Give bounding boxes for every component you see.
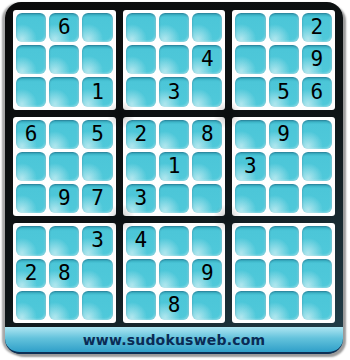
cell-r9c1[interactable] [16, 291, 46, 320]
cell-r7c6[interactable] [192, 226, 222, 255]
cell-r3c7[interactable] [235, 77, 265, 106]
sudoku-box-3: 2956 [232, 10, 335, 110]
cell-r7c1[interactable] [16, 226, 46, 255]
cell-r3c5[interactable]: 3 [159, 77, 189, 106]
cell-r2c4[interactable] [126, 45, 156, 74]
cell-r6c7[interactable] [235, 184, 265, 213]
cell-r3c8[interactable]: 5 [269, 77, 299, 106]
cell-r2c2[interactable] [49, 45, 79, 74]
cell-r2c7[interactable] [235, 45, 265, 74]
cell-r2c6[interactable]: 4 [192, 45, 222, 74]
cell-r1c5[interactable] [159, 13, 189, 42]
sudoku-grid: 614329566597281393328498 [13, 10, 335, 323]
cell-r4c6[interactable]: 8 [192, 120, 222, 149]
cell-r4c4[interactable]: 2 [126, 120, 156, 149]
cell-r6c8[interactable] [269, 184, 299, 213]
cell-r1c9[interactable]: 2 [302, 13, 332, 42]
cell-r8c6[interactable]: 9 [192, 259, 222, 288]
cell-r3c3[interactable]: 1 [82, 77, 112, 106]
cell-r4c9[interactable] [302, 120, 332, 149]
cell-r3c2[interactable] [49, 77, 79, 106]
cell-r7c9[interactable] [302, 226, 332, 255]
cell-r1c6[interactable] [192, 13, 222, 42]
cell-r9c6[interactable] [192, 291, 222, 320]
cell-r5c3[interactable] [82, 152, 112, 181]
cell-r3c4[interactable] [126, 77, 156, 106]
cell-r4c5[interactable] [159, 120, 189, 149]
cell-r1c1[interactable] [16, 13, 46, 42]
cell-r2c9[interactable]: 9 [302, 45, 332, 74]
cell-r6c6[interactable] [192, 184, 222, 213]
sudoku-box-7: 328 [13, 223, 116, 323]
cell-r2c1[interactable] [16, 45, 46, 74]
cell-r9c4[interactable] [126, 291, 156, 320]
cell-r2c3[interactable] [82, 45, 112, 74]
cell-r8c1[interactable]: 2 [16, 259, 46, 288]
sudoku-box-4: 6597 [13, 117, 116, 217]
cell-r7c4[interactable]: 4 [126, 226, 156, 255]
website-url-link[interactable]: www.sudokusweb.com [83, 332, 266, 348]
cell-r5c9[interactable] [302, 152, 332, 181]
cell-r1c4[interactable] [126, 13, 156, 42]
cell-r8c2[interactable]: 8 [49, 259, 79, 288]
cell-r3c9[interactable]: 6 [302, 77, 332, 106]
cell-r7c7[interactable] [235, 226, 265, 255]
cell-r5c8[interactable] [269, 152, 299, 181]
cell-r4c7[interactable] [235, 120, 265, 149]
cell-r6c1[interactable] [16, 184, 46, 213]
cell-r8c9[interactable] [302, 259, 332, 288]
cell-r5c2[interactable] [49, 152, 79, 181]
cell-r5c7[interactable]: 3 [235, 152, 265, 181]
cell-r2c5[interactable] [159, 45, 189, 74]
footer-bar: www.sudokusweb.com [5, 327, 343, 354]
sudoku-box-6: 93 [232, 117, 335, 217]
cell-r6c4[interactable]: 3 [126, 184, 156, 213]
cell-r1c8[interactable] [269, 13, 299, 42]
cell-r7c8[interactable] [269, 226, 299, 255]
cell-r2c8[interactable] [269, 45, 299, 74]
sudoku-board-frame: 614329566597281393328498 www.sudokusweb.… [5, 2, 343, 354]
cell-r8c4[interactable] [126, 259, 156, 288]
cell-r3c1[interactable] [16, 77, 46, 106]
sudoku-box-1: 61 [13, 10, 116, 110]
cell-r5c1[interactable] [16, 152, 46, 181]
cell-r9c8[interactable] [269, 291, 299, 320]
cell-r8c7[interactable] [235, 259, 265, 288]
cell-r9c3[interactable] [82, 291, 112, 320]
sudoku-box-2: 43 [123, 10, 226, 110]
cell-r4c2[interactable] [49, 120, 79, 149]
cell-r7c3[interactable]: 3 [82, 226, 112, 255]
cell-r9c9[interactable] [302, 291, 332, 320]
cell-r8c3[interactable] [82, 259, 112, 288]
cell-r1c7[interactable] [235, 13, 265, 42]
cell-r4c1[interactable]: 6 [16, 120, 46, 149]
cell-r9c2[interactable] [49, 291, 79, 320]
cell-r4c8[interactable]: 9 [269, 120, 299, 149]
cell-r5c6[interactable] [192, 152, 222, 181]
sudoku-page: 614329566597281393328498 www.sudokusweb.… [0, 0, 350, 360]
cell-r1c3[interactable] [82, 13, 112, 42]
cell-r6c3[interactable]: 7 [82, 184, 112, 213]
sudoku-box-5: 2813 [123, 117, 226, 217]
cell-r3c6[interactable] [192, 77, 222, 106]
cell-r9c7[interactable] [235, 291, 265, 320]
sudoku-box-8: 498 [123, 223, 226, 323]
cell-r6c2[interactable]: 9 [49, 184, 79, 213]
sudoku-box-9 [232, 223, 335, 323]
cell-r5c4[interactable] [126, 152, 156, 181]
cell-r1c2[interactable]: 6 [49, 13, 79, 42]
cell-r7c2[interactable] [49, 226, 79, 255]
cell-r8c8[interactable] [269, 259, 299, 288]
cell-r8c5[interactable] [159, 259, 189, 288]
cell-r4c3[interactable]: 5 [82, 120, 112, 149]
cell-r5c5[interactable]: 1 [159, 152, 189, 181]
cell-r6c9[interactable] [302, 184, 332, 213]
cell-r7c5[interactable] [159, 226, 189, 255]
cell-r6c5[interactable] [159, 184, 189, 213]
cell-r9c5[interactable]: 8 [159, 291, 189, 320]
